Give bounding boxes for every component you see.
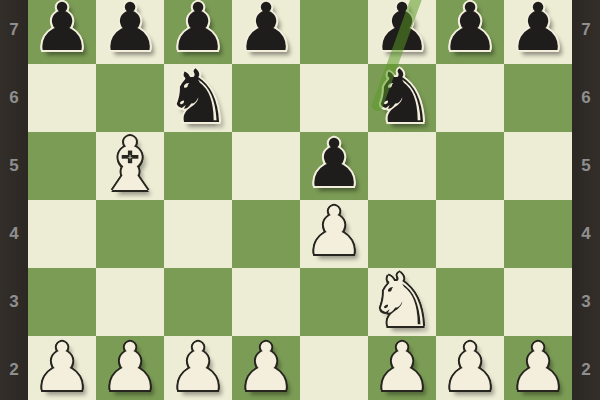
black-pawn-b7[interactable]: ♟ — [100, 0, 159, 61]
white-bishop-b5[interactable]: ♝ — [97, 127, 163, 201]
square-f5[interactable] — [368, 132, 436, 200]
black-knight-c6[interactable]: ♞ — [165, 59, 231, 133]
chess-board: ♟♟♟♟♟♟♟♞♞♝♟♟♞♟♟♟♟♟♟♟ — [28, 0, 572, 400]
square-h5[interactable] — [504, 132, 572, 200]
square-g6[interactable] — [436, 64, 504, 132]
square-d3[interactable] — [232, 268, 300, 336]
white-pawn-b2[interactable]: ♟ — [100, 335, 159, 400]
black-pawn-e5[interactable]: ♟ — [304, 131, 363, 197]
left-coordinate-rail: 765432 — [0, 0, 28, 400]
square-h3[interactable] — [504, 268, 572, 336]
square-f2[interactable]: ♟ — [368, 336, 436, 400]
square-e5[interactable]: ♟ — [300, 132, 368, 200]
rank-label-left-6: 6 — [0, 64, 28, 132]
square-f6[interactable]: ♞ — [368, 64, 436, 132]
square-h2[interactable]: ♟ — [504, 336, 572, 400]
square-d5[interactable] — [232, 132, 300, 200]
square-c6[interactable]: ♞ — [164, 64, 232, 132]
white-knight-f3[interactable]: ♞ — [369, 263, 435, 337]
square-e6[interactable] — [300, 64, 368, 132]
square-g7[interactable]: ♟ — [436, 0, 504, 64]
black-pawn-h7[interactable]: ♟ — [508, 0, 567, 61]
chess-app: 765432 ♟♟♟♟♟♟♟♞♞♝♟♟♞♟♟♟♟♟♟♟ 765432 — [0, 0, 600, 400]
square-a7[interactable]: ♟ — [28, 0, 96, 64]
square-c3[interactable] — [164, 268, 232, 336]
rank-label-right-2: 2 — [572, 336, 600, 400]
square-g2[interactable]: ♟ — [436, 336, 504, 400]
white-pawn-a2[interactable]: ♟ — [32, 335, 91, 400]
black-pawn-d7[interactable]: ♟ — [236, 0, 295, 61]
white-pawn-c2[interactable]: ♟ — [168, 335, 227, 400]
square-d4[interactable] — [232, 200, 300, 268]
square-h6[interactable] — [504, 64, 572, 132]
white-pawn-d2[interactable]: ♟ — [236, 335, 295, 400]
square-d6[interactable] — [232, 64, 300, 132]
square-e3[interactable] — [300, 268, 368, 336]
square-e7[interactable] — [300, 0, 368, 64]
rank-label-right-3: 3 — [572, 268, 600, 336]
square-g3[interactable] — [436, 268, 504, 336]
square-b3[interactable] — [96, 268, 164, 336]
rank-label-right-7: 7 — [572, 0, 600, 64]
square-b7[interactable]: ♟ — [96, 0, 164, 64]
black-pawn-a7[interactable]: ♟ — [32, 0, 91, 61]
square-d7[interactable]: ♟ — [232, 0, 300, 64]
square-h7[interactable]: ♟ — [504, 0, 572, 64]
square-b2[interactable]: ♟ — [96, 336, 164, 400]
square-f3[interactable]: ♞ — [368, 268, 436, 336]
black-knight-f6[interactable]: ♞ — [369, 59, 435, 133]
square-e2[interactable] — [300, 336, 368, 400]
white-pawn-g2[interactable]: ♟ — [440, 335, 499, 400]
square-g4[interactable] — [436, 200, 504, 268]
rank-label-right-5: 5 — [572, 132, 600, 200]
square-h4[interactable] — [504, 200, 572, 268]
square-c4[interactable] — [164, 200, 232, 268]
square-a5[interactable] — [28, 132, 96, 200]
square-a6[interactable] — [28, 64, 96, 132]
square-a3[interactable] — [28, 268, 96, 336]
square-e4[interactable]: ♟ — [300, 200, 368, 268]
square-d2[interactable]: ♟ — [232, 336, 300, 400]
black-pawn-g7[interactable]: ♟ — [440, 0, 499, 61]
rank-label-left-2: 2 — [0, 336, 28, 400]
rank-label-left-7: 7 — [0, 0, 28, 64]
square-b5[interactable]: ♝ — [96, 132, 164, 200]
white-pawn-h2[interactable]: ♟ — [508, 335, 567, 400]
white-pawn-e4[interactable]: ♟ — [304, 199, 363, 265]
rank-label-left-3: 3 — [0, 268, 28, 336]
black-pawn-c7[interactable]: ♟ — [168, 0, 227, 61]
rank-label-left-5: 5 — [0, 132, 28, 200]
square-c5[interactable] — [164, 132, 232, 200]
black-pawn-f7[interactable]: ♟ — [372, 0, 431, 61]
rank-label-right-4: 4 — [572, 200, 600, 268]
right-coordinate-rail: 765432 — [572, 0, 600, 400]
square-b4[interactable] — [96, 200, 164, 268]
square-g5[interactable] — [436, 132, 504, 200]
rank-label-left-4: 4 — [0, 200, 28, 268]
rank-label-right-6: 6 — [572, 64, 600, 132]
white-pawn-f2[interactable]: ♟ — [372, 335, 431, 400]
square-a4[interactable] — [28, 200, 96, 268]
square-a2[interactable]: ♟ — [28, 336, 96, 400]
square-c2[interactable]: ♟ — [164, 336, 232, 400]
